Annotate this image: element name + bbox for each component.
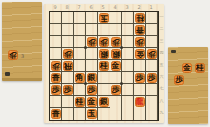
board-square[interactable] <box>62 36 74 48</box>
board-square[interactable]: 玉 <box>86 108 98 120</box>
shogi-piece-1d[interactable]: 歩 <box>147 49 157 59</box>
shogi-piece-2f[interactable]: 歩 <box>135 73 145 83</box>
shogi-piece-6i[interactable]: 玉 <box>87 109 97 119</box>
shogi-piece-1f[interactable]: 歩 <box>147 73 157 83</box>
board-square[interactable] <box>122 24 134 36</box>
board-square[interactable] <box>50 48 62 60</box>
board-square[interactable] <box>62 108 74 120</box>
board-square[interactable] <box>98 84 110 96</box>
shogi-piece-6g[interactable]: 歩 <box>87 85 97 95</box>
board-square[interactable] <box>74 108 86 120</box>
board-square[interactable] <box>134 108 146 120</box>
shogi-piece-4e[interactable]: 金 <box>111 61 121 71</box>
board-square[interactable] <box>146 12 158 24</box>
sente-hand-panel: 金桂歩 <box>168 47 208 124</box>
shogi-piece-5d[interactable]: 銀 <box>99 49 109 59</box>
board-square[interactable] <box>122 108 134 120</box>
board-square[interactable]: 歩 <box>134 72 146 84</box>
board-square[interactable] <box>86 12 98 24</box>
board-square[interactable]: 歩 <box>50 60 62 72</box>
shogi-piece-2b[interactable]: 香 <box>135 25 145 35</box>
board-square[interactable]: 銀 <box>86 72 98 84</box>
hoshi-dot <box>84 82 87 85</box>
board-square[interactable]: 銀 <box>98 96 110 108</box>
board-square[interactable]: 歩 <box>62 48 74 60</box>
rank-label: 三 <box>159 35 164 47</box>
board-grid: 玉桂香歩歩歩歩歩銀銀金歩歩飛桂金香角銀歩歩歩歩歩歩桂金銀龍香玉 <box>49 11 159 121</box>
rank-label: 八 <box>159 95 164 107</box>
board-square[interactable]: 香 <box>50 72 62 84</box>
rank-labels: 一二三四五六七八九 <box>159 11 164 119</box>
shogi-piece-8g[interactable]: 歩 <box>63 85 73 95</box>
board-square[interactable] <box>122 48 134 60</box>
board-square[interactable] <box>98 108 110 120</box>
board-square[interactable] <box>122 36 134 48</box>
shogi-piece-6c[interactable]: 歩 <box>87 37 97 47</box>
board-square[interactable] <box>146 84 158 96</box>
board-square[interactable] <box>110 24 122 36</box>
shogi-piece-8e[interactable]: 飛 <box>63 61 73 71</box>
rank-label: 四 <box>159 47 164 59</box>
board-square[interactable] <box>62 96 74 108</box>
file-label: 5 <box>97 5 109 10</box>
board-square[interactable] <box>74 48 86 60</box>
shogi-piece-7h[interactable]: 桂 <box>75 97 85 107</box>
board-square[interactable]: 歩 <box>134 36 146 48</box>
board-square[interactable] <box>74 12 86 24</box>
board-square[interactable] <box>122 72 134 84</box>
board-square[interactable] <box>134 60 146 72</box>
shogi-piece-4d[interactable]: 銀 <box>111 49 121 59</box>
shogi-piece-7f[interactable]: 角 <box>75 73 85 83</box>
board-square[interactable] <box>86 48 98 60</box>
shogi-piece-2a[interactable]: 桂 <box>135 13 145 23</box>
sente-player-icon[interactable] <box>171 50 176 53</box>
gote-player-icon[interactable] <box>5 72 10 76</box>
board-square[interactable]: 金 <box>86 96 98 108</box>
board-square[interactable]: 銀 <box>110 48 122 60</box>
shogi-piece-5h[interactable]: 銀 <box>99 97 109 107</box>
hoshi-dot <box>120 46 123 49</box>
gote-hand-piece[interactable]: 歩 <box>8 50 18 60</box>
board-square[interactable] <box>50 24 62 36</box>
board-square[interactable]: 香 <box>50 108 62 120</box>
board-square[interactable]: 金 <box>110 60 122 72</box>
board-square[interactable] <box>146 108 158 120</box>
shogi-piece-9e[interactable]: 歩 <box>51 61 61 71</box>
board-square[interactable] <box>62 72 74 84</box>
shogi-piece-2h[interactable]: 龍 <box>135 97 145 107</box>
board-square[interactable]: 歩 <box>110 84 122 96</box>
board-square[interactable]: 玉 <box>98 12 110 24</box>
board-square[interactable]: 歩 <box>146 72 158 84</box>
rank-label: 五 <box>159 59 164 71</box>
shogi-piece-9i[interactable]: 香 <box>51 109 61 119</box>
board-square[interactable] <box>134 84 146 96</box>
board-square[interactable]: 桂 <box>134 12 146 24</box>
board-square[interactable]: 飛 <box>62 60 74 72</box>
file-label: 2 <box>133 5 145 10</box>
shogi-piece-9f[interactable]: 香 <box>51 73 61 83</box>
board-square[interactable] <box>74 24 86 36</box>
board-square[interactable]: 歩 <box>146 48 158 60</box>
board-square[interactable] <box>50 36 62 48</box>
board-square[interactable] <box>122 84 134 96</box>
shogi-piece-8d[interactable]: 歩 <box>63 49 73 59</box>
file-label: 4 <box>109 5 121 10</box>
shogi-piece-5c[interactable]: 歩 <box>99 37 109 47</box>
shogi-piece-6f[interactable]: 銀 <box>87 73 97 83</box>
board-square[interactable] <box>74 84 86 96</box>
rank-label: 一 <box>159 11 164 23</box>
shogi-piece-5a[interactable]: 玉 <box>99 13 109 23</box>
hoshi-dot <box>84 46 87 49</box>
gote-hand-panel: 歩3 <box>2 2 42 81</box>
file-label: 3 <box>121 5 133 10</box>
rank-label: 九 <box>159 107 164 119</box>
shogi-piece-2c[interactable]: 歩 <box>135 37 145 47</box>
board-square[interactable] <box>110 108 122 120</box>
board-square[interactable] <box>86 24 98 36</box>
rank-label: 二 <box>159 23 164 35</box>
board-square[interactable] <box>122 60 134 72</box>
board-square[interactable] <box>50 96 62 108</box>
board-square[interactable]: 歩 <box>98 36 110 48</box>
shogi-board: 987654321 一二三四五六七八九 玉桂香歩歩歩歩歩銀銀金歩歩飛桂金香角銀歩… <box>44 4 164 123</box>
board-square[interactable] <box>50 12 62 24</box>
board-square[interactable] <box>62 24 74 36</box>
shogi-piece-2d[interactable]: 金 <box>135 49 145 59</box>
shogi-piece-5e[interactable]: 桂 <box>99 61 109 71</box>
board-square[interactable]: 歩 <box>86 36 98 48</box>
file-label: 9 <box>49 5 61 10</box>
file-label: 7 <box>73 5 85 10</box>
board-square[interactable] <box>122 96 134 108</box>
board-square[interactable]: 歩 <box>86 84 98 96</box>
board-square[interactable] <box>146 36 158 48</box>
board-square[interactable]: 香 <box>134 24 146 36</box>
hoshi-dot <box>120 82 123 85</box>
board-square[interactable]: 金 <box>134 48 146 60</box>
file-labels: 987654321 <box>49 5 157 10</box>
board-square[interactable] <box>110 12 122 24</box>
sente-hand-piece[interactable]: 金 <box>182 63 192 73</box>
sente-hand-piece[interactable]: 桂 <box>195 63 205 73</box>
board-square[interactable] <box>146 24 158 36</box>
board-square[interactable] <box>86 60 98 72</box>
board-square[interactable]: 歩 <box>110 36 122 48</box>
rank-label: 六 <box>159 71 164 83</box>
board-square[interactable] <box>146 60 158 72</box>
rank-label: 七 <box>159 83 164 95</box>
board-square[interactable] <box>98 24 110 36</box>
board-square[interactable]: 龍 <box>134 96 146 108</box>
board-square[interactable]: 歩 <box>62 84 74 96</box>
board-square[interactable] <box>74 60 86 72</box>
shogi-piece-6h[interactable]: 金 <box>87 97 97 107</box>
board-square[interactable] <box>62 12 74 24</box>
sente-hand-piece[interactable]: 歩 <box>174 75 184 85</box>
board-square[interactable]: 歩 <box>50 84 62 96</box>
board-square[interactable] <box>146 96 158 108</box>
file-label: 6 <box>85 5 97 10</box>
board-square[interactable] <box>122 12 134 24</box>
board-square[interactable] <box>98 72 110 84</box>
file-label: 1 <box>145 5 157 10</box>
shogi-piece-9g[interactable]: 歩 <box>51 85 61 95</box>
board-square[interactable]: 銀 <box>98 48 110 60</box>
board-square[interactable] <box>110 96 122 108</box>
shogi-piece-4c[interactable]: 歩 <box>111 37 121 47</box>
hand-piece-count: 3 <box>21 54 24 59</box>
board-square[interactable]: 桂 <box>74 96 86 108</box>
file-label: 8 <box>61 5 73 10</box>
shogi-piece-4g[interactable]: 歩 <box>111 85 121 95</box>
board-square[interactable]: 桂 <box>98 60 110 72</box>
